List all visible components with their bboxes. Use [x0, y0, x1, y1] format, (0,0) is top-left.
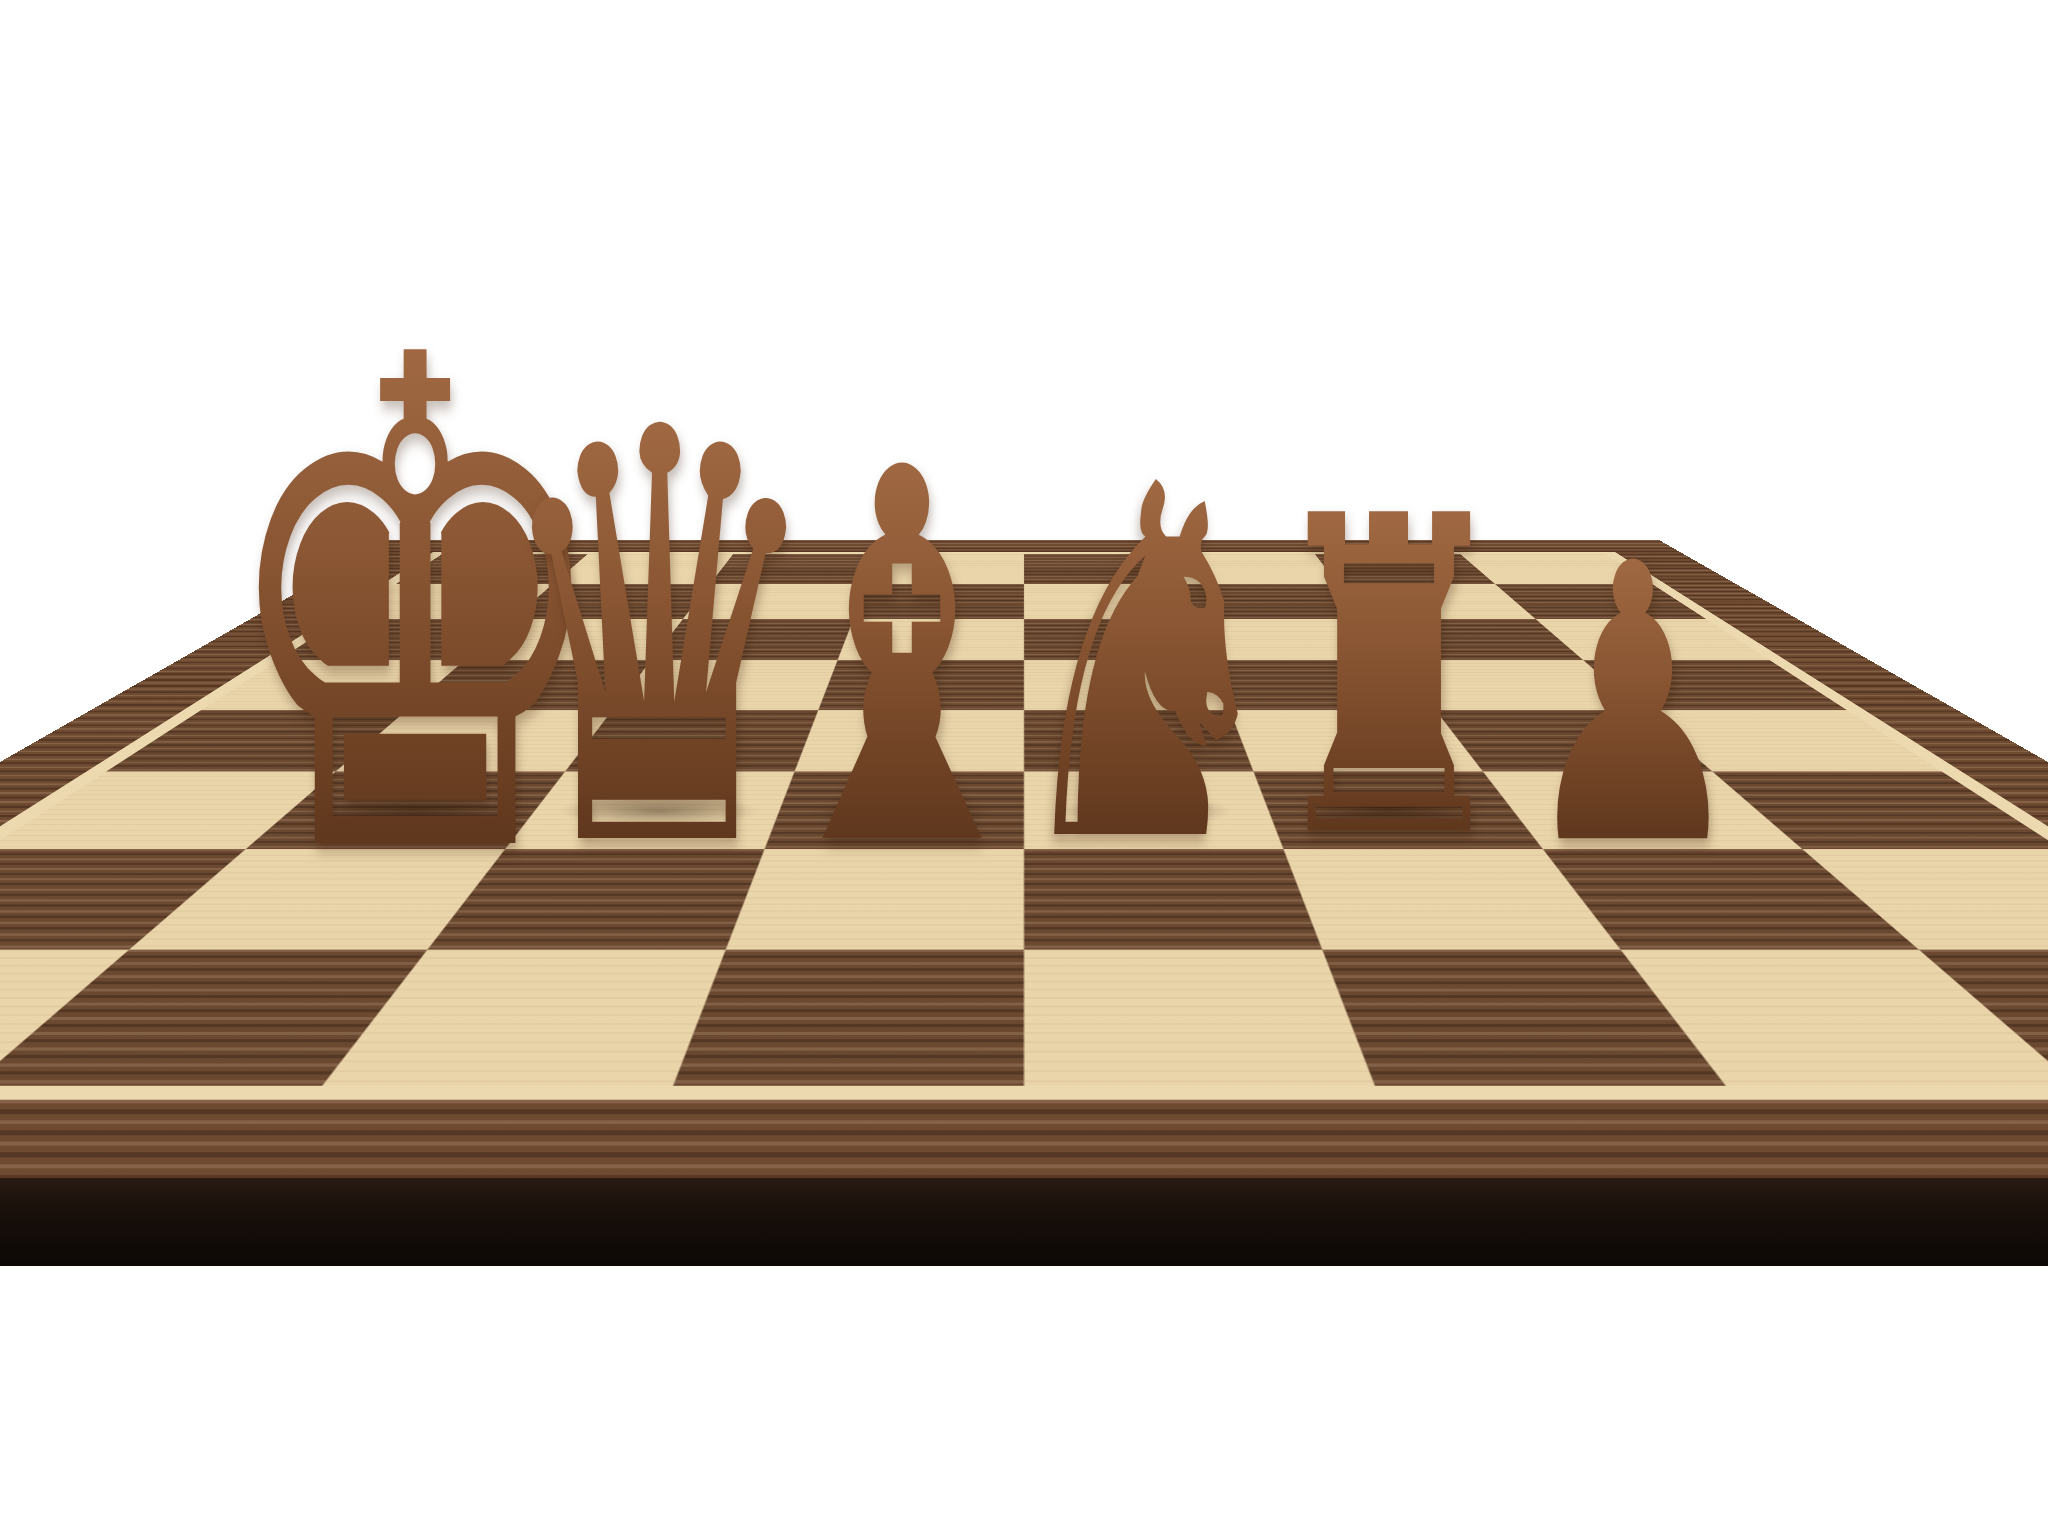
piece-pawn[interactable]: ♟ — [1520, 514, 1747, 897]
piece-rook[interactable]: ♜ — [1260, 460, 1519, 897]
pieces-layer: ♚♛♝♞♜♟ — [0, 0, 2048, 1535]
piece-knight[interactable]: ♞ — [1002, 423, 1290, 909]
product-photo-stage: ♚♛♝♞♜♟ — [0, 0, 2048, 1535]
